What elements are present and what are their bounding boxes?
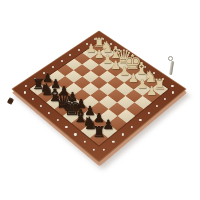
piece-white-pawn-h2[interactable]: ♟ — [146, 85, 157, 97]
clasp-icon — [167, 57, 176, 78]
pieces-layer: ♜♞♟♝♟♛♟♚♟♝♟♞♟♟♜♟♟♜♟♟♞♟♝♟♛♟♚♟♝♟♞♜ — [0, 0, 200, 200]
photo-stage: ♜♞♟♝♟♛♟♚♟♝♟♞♟♟♜♟♟♜♟♟♞♟♝♟♛♟♚♟♝♟♞♜ — [0, 0, 200, 200]
piece-black-rook-h8[interactable]: ♜ — [92, 125, 106, 140]
clasp-bar-icon — [169, 61, 174, 75]
